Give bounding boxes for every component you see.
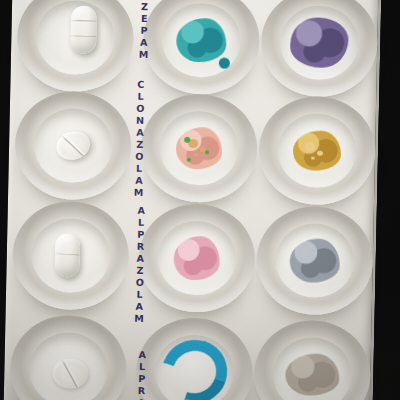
label-row2-drug-name: CLONAZOLAM [128, 79, 146, 191]
teal-reagent-residue [176, 18, 227, 63]
label-row3-drug-name: ALPRAZOLAM [128, 205, 146, 321]
blue-dye-swirl [151, 329, 239, 400]
well-row3-col3 [256, 205, 374, 315]
well-row4-col2 [135, 317, 253, 400]
white-split-tablet [53, 127, 94, 164]
well-row2-col2 [140, 93, 258, 203]
label-row1-drug-name: MAZEPAM [133, 0, 151, 67]
well-row3-col1 [12, 200, 130, 310]
pink-reagent-residue [173, 236, 220, 281]
grey-reagent-residue [289, 238, 340, 283]
well-row2-col1 [14, 90, 132, 200]
well-row1-col3 [260, 0, 378, 98]
mustard-reagent-residue [293, 130, 342, 171]
well-row1-col2 [142, 0, 260, 95]
well-row4-col1 [9, 314, 127, 400]
well-row4-col3 [253, 319, 371, 400]
label-row4-drug-name: ALPRA [130, 331, 148, 400]
white-oblong-pill [54, 233, 80, 278]
taupe-reagent-residue [285, 353, 340, 396]
ceramic-spot-plate: MAZEPAM CLONAZOLAM ALPRAZOLAM ALPRA [4, 0, 382, 400]
peach-reagent-residue [176, 127, 223, 170]
well-row2-col3 [258, 95, 376, 205]
white-capsule-pill [70, 5, 97, 54]
well-row1-col1 [16, 0, 134, 93]
white-round-tablet [52, 358, 89, 389]
well-row3-col2 [138, 203, 256, 313]
purple-reagent-residue [290, 17, 349, 68]
